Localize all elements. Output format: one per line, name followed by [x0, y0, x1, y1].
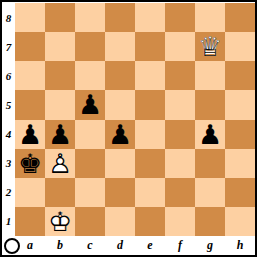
- square-h7[interactable]: [225, 32, 255, 61]
- black-pawn-icon: ♟: [45, 120, 75, 149]
- square-d4[interactable]: ♟: [105, 120, 135, 149]
- file-labels: a b c d e f g h: [15, 236, 255, 255]
- square-h5[interactable]: [225, 90, 255, 119]
- piece-black-pawn-b4[interactable]: ♟: [45, 120, 75, 149]
- square-b1[interactable]: ♚♔: [45, 207, 75, 236]
- square-f5[interactable]: [165, 90, 195, 119]
- rank-label-2: 2: [2, 178, 15, 207]
- square-f2[interactable]: [165, 178, 195, 207]
- square-f8[interactable]: [165, 3, 195, 32]
- black-king-icon: ♚: [15, 149, 45, 178]
- file-label-f: f: [165, 236, 195, 255]
- square-a8[interactable]: [15, 3, 45, 32]
- piece-black-pawn-a4[interactable]: ♟: [15, 120, 45, 149]
- square-b7[interactable]: [45, 32, 75, 61]
- square-e2[interactable]: [135, 178, 165, 207]
- file-label-c: c: [75, 236, 105, 255]
- black-pawn-icon: ♟: [15, 120, 45, 149]
- square-c6[interactable]: [75, 61, 105, 90]
- square-h4[interactable]: [225, 120, 255, 149]
- rank-labels: 8 7 6 5 4 3 2 1: [2, 3, 15, 236]
- piece-white-queen-g7[interactable]: ♛♕: [195, 32, 225, 61]
- square-g8[interactable]: [195, 3, 225, 32]
- square-b6[interactable]: [45, 61, 75, 90]
- square-g1[interactable]: [195, 207, 225, 236]
- diagram-background: 8 7 6 5 4 3 2 1 ♛♕♟♟♟♟♟♚♟♙♚♔ a b c d e f…: [2, 2, 255, 255]
- rank-label-6: 6: [2, 61, 15, 90]
- square-f4[interactable]: [165, 120, 195, 149]
- square-b3[interactable]: ♟♙: [45, 149, 75, 178]
- square-h8[interactable]: [225, 3, 255, 32]
- rank-label-8: 8: [2, 3, 15, 32]
- square-a1[interactable]: [15, 207, 45, 236]
- square-a2[interactable]: [15, 178, 45, 207]
- square-a5[interactable]: [15, 90, 45, 119]
- square-d6[interactable]: [105, 61, 135, 90]
- square-h3[interactable]: [225, 149, 255, 178]
- square-c1[interactable]: [75, 207, 105, 236]
- rank-label-3: 3: [2, 149, 15, 178]
- square-b8[interactable]: [45, 3, 75, 32]
- square-g6[interactable]: [195, 61, 225, 90]
- chess-diagram: 8 7 6 5 4 3 2 1 ♛♕♟♟♟♟♟♚♟♙♚♔ a b c d e f…: [0, 0, 257, 257]
- square-f6[interactable]: [165, 61, 195, 90]
- square-g3[interactable]: [195, 149, 225, 178]
- square-d3[interactable]: [105, 149, 135, 178]
- white-king-fill: ♚: [45, 207, 75, 236]
- square-g7[interactable]: ♛♕: [195, 32, 225, 61]
- piece-black-pawn-g4[interactable]: ♟: [195, 120, 225, 149]
- square-f7[interactable]: [165, 32, 195, 61]
- piece-white-pawn-b3[interactable]: ♟♙: [45, 149, 75, 178]
- file-label-b: b: [45, 236, 75, 255]
- board: ♛♕♟♟♟♟♟♚♟♙♚♔: [15, 3, 255, 236]
- square-e7[interactable]: [135, 32, 165, 61]
- black-pawn-icon: ♟: [195, 120, 225, 149]
- square-e1[interactable]: [135, 207, 165, 236]
- file-label-e: e: [135, 236, 165, 255]
- file-label-g: g: [195, 236, 225, 255]
- white-queen-fill: ♛: [195, 32, 225, 61]
- square-c3[interactable]: [75, 149, 105, 178]
- piece-black-pawn-d4[interactable]: ♟: [105, 120, 135, 149]
- square-c4[interactable]: [75, 120, 105, 149]
- square-c8[interactable]: [75, 3, 105, 32]
- white-pawn-icon: ♙: [45, 149, 75, 178]
- file-label-d: d: [105, 236, 135, 255]
- black-pawn-icon: ♟: [105, 120, 135, 149]
- square-e4[interactable]: [135, 120, 165, 149]
- square-d8[interactable]: [105, 3, 135, 32]
- square-c2[interactable]: [75, 178, 105, 207]
- file-label-h: h: [225, 236, 255, 255]
- square-d1[interactable]: [105, 207, 135, 236]
- square-g2[interactable]: [195, 178, 225, 207]
- black-pawn-icon: ♟: [75, 90, 105, 119]
- square-h1[interactable]: [225, 207, 255, 236]
- square-b2[interactable]: [45, 178, 75, 207]
- square-a6[interactable]: [15, 61, 45, 90]
- square-a7[interactable]: [15, 32, 45, 61]
- piece-black-king-a3[interactable]: ♚: [15, 149, 45, 178]
- piece-black-pawn-c5[interactable]: ♟: [75, 90, 105, 119]
- square-c7[interactable]: [75, 32, 105, 61]
- square-e8[interactable]: [135, 3, 165, 32]
- rank-label-4: 4: [2, 120, 15, 149]
- square-b5[interactable]: [45, 90, 75, 119]
- square-c5[interactable]: ♟: [75, 90, 105, 119]
- square-e3[interactable]: [135, 149, 165, 178]
- square-d5[interactable]: [105, 90, 135, 119]
- square-e5[interactable]: [135, 90, 165, 119]
- rank-label-5: 5: [2, 90, 15, 119]
- square-h6[interactable]: [225, 61, 255, 90]
- white-pawn-fill: ♟: [45, 149, 75, 178]
- square-a4[interactable]: ♟: [15, 120, 45, 149]
- rank-label-1: 1: [2, 207, 15, 236]
- rank-label-7: 7: [2, 32, 15, 61]
- square-d2[interactable]: [105, 178, 135, 207]
- file-label-a: a: [15, 236, 45, 255]
- square-f3[interactable]: [165, 149, 195, 178]
- piece-white-king-b1[interactable]: ♚♔: [45, 207, 75, 236]
- white-king-icon: ♔: [45, 207, 75, 236]
- square-h2[interactable]: [225, 178, 255, 207]
- square-e6[interactable]: [135, 61, 165, 90]
- square-g4[interactable]: ♟: [195, 120, 225, 149]
- square-a3[interactable]: ♚: [15, 149, 45, 178]
- square-b4[interactable]: ♟: [45, 120, 75, 149]
- square-g5[interactable]: [195, 90, 225, 119]
- square-f1[interactable]: [165, 207, 195, 236]
- square-d7[interactable]: [105, 32, 135, 61]
- white-queen-icon: ♕: [195, 32, 225, 61]
